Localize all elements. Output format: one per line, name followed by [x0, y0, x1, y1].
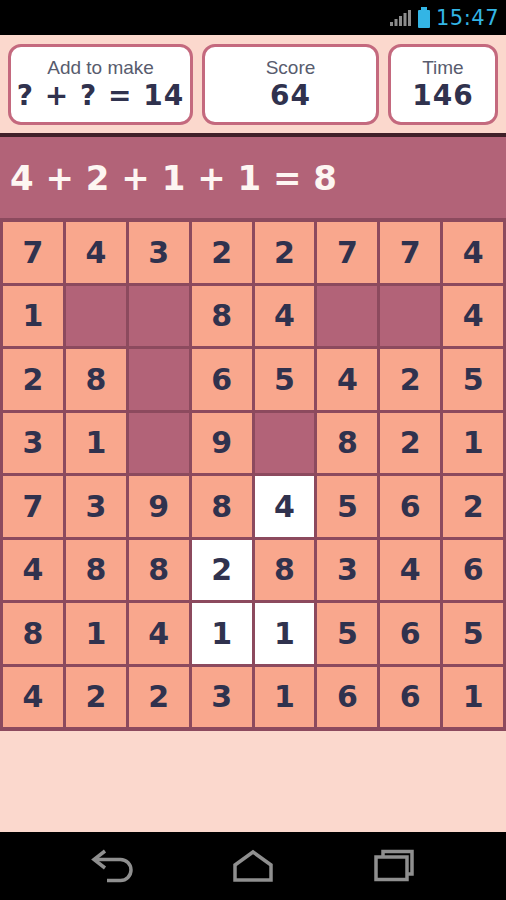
recents-icon[interactable] — [371, 848, 417, 884]
grid-cell-r4c7[interactable]: 2 — [380, 413, 440, 474]
grid-cell-r2c5[interactable]: 4 — [255, 286, 315, 347]
grid-cell-r4c3 — [129, 413, 189, 474]
back-icon[interactable] — [89, 848, 135, 884]
grid-cell-r8c3[interactable]: 2 — [129, 667, 189, 728]
header-cards: Add to make ? + ? = 14 Score 64 Time 146 — [0, 35, 506, 133]
grid-cell-r7c1[interactable]: 8 — [3, 603, 63, 664]
time-card-label: Time — [422, 57, 464, 79]
battery-icon — [417, 7, 431, 28]
grid-cell-r2c3 — [129, 286, 189, 347]
grid-cell-r6c7[interactable]: 4 — [380, 540, 440, 601]
grid-cell-r5c1[interactable]: 7 — [3, 476, 63, 537]
grid-cell-r2c1[interactable]: 1 — [3, 286, 63, 347]
grid-cell-r2c7 — [380, 286, 440, 347]
grid-cell-r2c8[interactable]: 4 — [443, 286, 503, 347]
grid-cell-r7c5[interactable]: 1 — [255, 603, 315, 664]
grid-cell-r7c7[interactable]: 6 — [380, 603, 440, 664]
grid-cell-r5c4[interactable]: 8 — [192, 476, 252, 537]
grid-cell-r2c4[interactable]: 8 — [192, 286, 252, 347]
grid-cell-r4c2[interactable]: 1 — [66, 413, 126, 474]
grid-cell-r4c6[interactable]: 8 — [317, 413, 377, 474]
score-card-value: 64 — [270, 81, 311, 112]
home-icon[interactable] — [230, 848, 276, 884]
grid-cell-r7c2[interactable]: 1 — [66, 603, 126, 664]
score-card-label: Score — [266, 57, 316, 79]
grid-cell-r3c8[interactable]: 5 — [443, 349, 503, 410]
grid-cell-r7c8[interactable]: 5 — [443, 603, 503, 664]
time-card: Time 146 — [388, 44, 498, 125]
grid-cell-r5c7[interactable]: 6 — [380, 476, 440, 537]
equation-text: 4 + 2 + 1 + 1 = 8 — [10, 158, 337, 198]
grid-cell-r6c5[interactable]: 8 — [255, 540, 315, 601]
grid-cell-r4c5 — [255, 413, 315, 474]
bottom-spacer — [0, 731, 506, 832]
grid-cell-r3c7[interactable]: 2 — [380, 349, 440, 410]
grid-cell-r3c3 — [129, 349, 189, 410]
grid-cell-r6c4[interactable]: 2 — [192, 540, 252, 601]
grid-cell-r6c1[interactable]: 4 — [3, 540, 63, 601]
target-card: Add to make ? + ? = 14 — [8, 44, 193, 125]
board-grid: 7432277418442865425319821739845624882834… — [0, 218, 506, 731]
grid-cell-r1c2[interactable]: 4 — [66, 222, 126, 283]
grid-cell-r7c4[interactable]: 1 — [192, 603, 252, 664]
target-card-value: ? + ? = 14 — [17, 81, 184, 112]
grid-cell-r2c2 — [66, 286, 126, 347]
grid-cell-r4c8[interactable]: 1 — [443, 413, 503, 474]
grid-cell-r5c8[interactable]: 2 — [443, 476, 503, 537]
grid-cell-r1c4[interactable]: 2 — [192, 222, 252, 283]
grid-cell-r3c5[interactable]: 5 — [255, 349, 315, 410]
grid-cell-r1c1[interactable]: 7 — [3, 222, 63, 283]
grid-cell-r8c4[interactable]: 3 — [192, 667, 252, 728]
equation-banner: 4 + 2 + 1 + 1 = 8 — [0, 133, 506, 218]
grid-cell-r8c5[interactable]: 1 — [255, 667, 315, 728]
grid-cell-r6c6[interactable]: 3 — [317, 540, 377, 601]
grid-cell-r1c7[interactable]: 7 — [380, 222, 440, 283]
grid-cell-r8c6[interactable]: 6 — [317, 667, 377, 728]
grid-cell-r6c2[interactable]: 8 — [66, 540, 126, 601]
grid-cell-r5c5[interactable]: 4 — [255, 476, 315, 537]
grid-cell-r5c3[interactable]: 9 — [129, 476, 189, 537]
grid-cell-r8c7[interactable]: 6 — [380, 667, 440, 728]
time-card-value: 146 — [412, 81, 473, 112]
score-card: Score 64 — [202, 44, 379, 125]
grid-cell-r1c6[interactable]: 7 — [317, 222, 377, 283]
grid-cell-r3c4[interactable]: 6 — [192, 349, 252, 410]
status-clock: 15:47 — [436, 6, 499, 30]
target-card-label: Add to make — [47, 57, 154, 79]
signal-strength-icon — [390, 9, 412, 26]
grid-cell-r5c2[interactable]: 3 — [66, 476, 126, 537]
grid-cell-r1c8[interactable]: 4 — [443, 222, 503, 283]
grid-cell-r5c6[interactable]: 5 — [317, 476, 377, 537]
grid-cell-r7c6[interactable]: 5 — [317, 603, 377, 664]
grid-cell-r3c2[interactable]: 8 — [66, 349, 126, 410]
grid-cell-r8c1[interactable]: 4 — [3, 667, 63, 728]
grid-cell-r1c3[interactable]: 3 — [129, 222, 189, 283]
grid-cell-r4c1[interactable]: 3 — [3, 413, 63, 474]
grid-cell-r7c3[interactable]: 4 — [129, 603, 189, 664]
grid-cell-r6c8[interactable]: 6 — [443, 540, 503, 601]
grid-cell-r6c3[interactable]: 8 — [129, 540, 189, 601]
grid-cell-r1c5[interactable]: 2 — [255, 222, 315, 283]
grid-cell-r3c1[interactable]: 2 — [3, 349, 63, 410]
android-nav-bar — [0, 832, 506, 900]
status-bar: 15:47 — [0, 0, 506, 35]
grid-cell-r8c2[interactable]: 2 — [66, 667, 126, 728]
grid-cell-r3c6[interactable]: 4 — [317, 349, 377, 410]
grid-cell-r2c6 — [317, 286, 377, 347]
grid-cell-r8c8[interactable]: 1 — [443, 667, 503, 728]
grid-cell-r4c4[interactable]: 9 — [192, 413, 252, 474]
